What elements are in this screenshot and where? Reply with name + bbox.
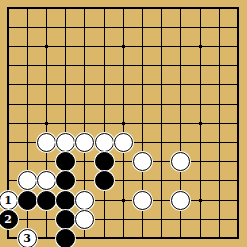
- black-stone: [56, 171, 75, 190]
- black-stone: [56, 152, 75, 171]
- white-stone: [75, 191, 94, 210]
- star-point: [122, 122, 125, 125]
- white-stone: [133, 191, 152, 210]
- black-stone: [18, 191, 37, 210]
- white-stone: [171, 191, 190, 210]
- star-point: [122, 45, 125, 48]
- white-stone: [56, 133, 75, 152]
- star-point: [45, 122, 48, 125]
- star-point: [199, 122, 202, 125]
- star-point: [45, 45, 48, 48]
- move-number-label: 3: [23, 233, 31, 244]
- white-stone: [75, 210, 94, 229]
- go-board: 123: [0, 0, 247, 247]
- move-number-label: 1: [4, 195, 12, 206]
- black-stone: [95, 152, 114, 171]
- move-number-label: 2: [4, 214, 12, 225]
- white-stone: [114, 133, 133, 152]
- white-stone-move-1: 1: [0, 191, 18, 210]
- black-stone: [95, 171, 114, 190]
- star-point: [199, 45, 202, 48]
- white-stone: [133, 152, 152, 171]
- black-stone-move-2: 2: [0, 210, 18, 229]
- white-stone: [95, 133, 114, 152]
- black-stone: [56, 229, 75, 247]
- grid-line-horizontal-13: [7, 237, 239, 239]
- black-stone: [56, 191, 75, 210]
- white-stone: [37, 133, 56, 152]
- grid-line-vertical-12: [219, 7, 220, 239]
- go-diagram-screenshot: 123: [0, 0, 247, 247]
- star-point: [122, 199, 125, 202]
- grid-line-vertical-9: [161, 7, 162, 239]
- black-stone: [56, 210, 75, 229]
- star-point: [199, 199, 202, 202]
- white-stone: [18, 171, 37, 190]
- black-stone: [37, 191, 56, 210]
- white-stone: [171, 152, 190, 171]
- grid-line-horizontal-12: [7, 219, 239, 220]
- white-stone: [75, 133, 94, 152]
- white-stone: [37, 171, 56, 190]
- white-stone-move-3: 3: [18, 229, 37, 247]
- grid-line-vertical-13: [237, 7, 239, 239]
- grid-line-horizontal-9: [7, 161, 239, 162]
